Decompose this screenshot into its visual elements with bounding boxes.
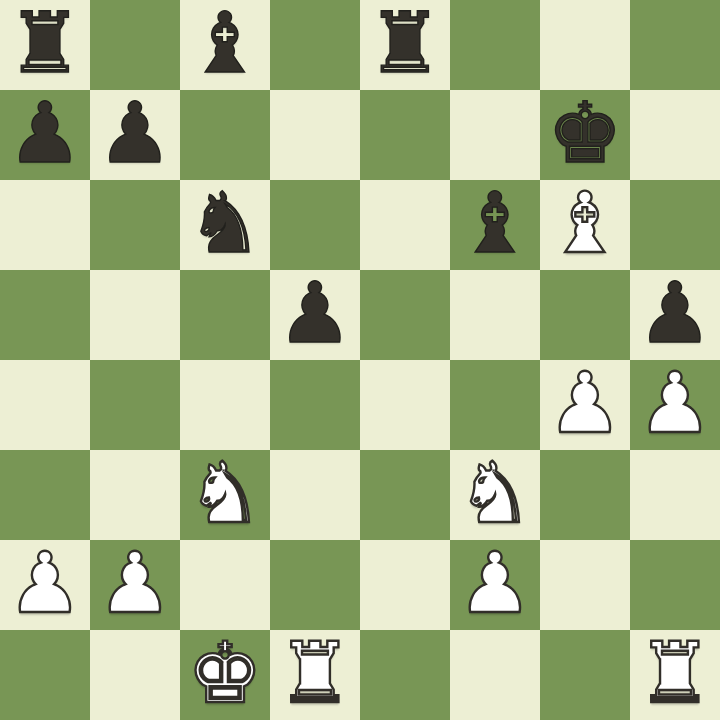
square-g8[interactable] [540,0,630,90]
square-a1[interactable] [0,630,90,720]
black-rook[interactable]: ♜ [7,0,82,88]
square-b7[interactable]: ♟ [90,90,180,180]
square-d3[interactable] [270,450,360,540]
square-g4[interactable]: ♟ [540,360,630,450]
white-pawn[interactable]: ♟ [97,538,172,628]
square-b1[interactable] [90,630,180,720]
square-f3[interactable]: ♞ [450,450,540,540]
square-d6[interactable] [270,180,360,270]
square-c7[interactable] [180,90,270,180]
square-d7[interactable] [270,90,360,180]
square-f8[interactable] [450,0,540,90]
square-f6[interactable]: ♝ [450,180,540,270]
square-g6[interactable]: ♝ [540,180,630,270]
square-c4[interactable] [180,360,270,450]
square-a5[interactable] [0,270,90,360]
square-g1[interactable] [540,630,630,720]
square-g2[interactable] [540,540,630,630]
white-rook[interactable]: ♜ [277,628,352,718]
square-c5[interactable] [180,270,270,360]
black-king[interactable]: ♚ [547,88,622,178]
square-b3[interactable] [90,450,180,540]
square-a4[interactable] [0,360,90,450]
square-e4[interactable] [360,360,450,450]
square-b5[interactable] [90,270,180,360]
square-f5[interactable] [450,270,540,360]
white-knight[interactable]: ♞ [187,448,262,538]
square-e2[interactable] [360,540,450,630]
square-d5[interactable]: ♟ [270,270,360,360]
square-c3[interactable]: ♞ [180,450,270,540]
square-a8[interactable]: ♜ [0,0,90,90]
square-c2[interactable] [180,540,270,630]
square-a2[interactable]: ♟ [0,540,90,630]
square-h6[interactable] [630,180,720,270]
square-h7[interactable] [630,90,720,180]
white-bishop[interactable]: ♝ [547,178,622,268]
black-pawn[interactable]: ♟ [7,88,82,178]
square-a3[interactable] [0,450,90,540]
white-pawn[interactable]: ♟ [547,358,622,448]
white-pawn[interactable]: ♟ [7,538,82,628]
white-pawn[interactable]: ♟ [637,358,712,448]
white-pawn[interactable]: ♟ [457,538,532,628]
square-a6[interactable] [0,180,90,270]
square-f2[interactable]: ♟ [450,540,540,630]
square-c8[interactable]: ♝ [180,0,270,90]
square-f7[interactable] [450,90,540,180]
square-e8[interactable]: ♜ [360,0,450,90]
square-d1[interactable]: ♜ [270,630,360,720]
chess-board: ♜♝♜♟♟♚♞♝♝♟♟♟♟♞♞♟♟♟♚♜♜ [0,0,720,720]
square-e1[interactable] [360,630,450,720]
square-b2[interactable]: ♟ [90,540,180,630]
square-h2[interactable] [630,540,720,630]
square-b6[interactable] [90,180,180,270]
white-knight[interactable]: ♞ [457,448,532,538]
square-d8[interactable] [270,0,360,90]
square-h8[interactable] [630,0,720,90]
black-bishop[interactable]: ♝ [457,178,532,268]
square-e5[interactable] [360,270,450,360]
black-pawn[interactable]: ♟ [637,268,712,358]
square-g7[interactable]: ♚ [540,90,630,180]
black-pawn[interactable]: ♟ [277,268,352,358]
square-h3[interactable] [630,450,720,540]
square-a7[interactable]: ♟ [0,90,90,180]
square-g3[interactable] [540,450,630,540]
square-b4[interactable] [90,360,180,450]
square-d4[interactable] [270,360,360,450]
square-d2[interactable] [270,540,360,630]
black-bishop[interactable]: ♝ [187,0,262,88]
square-f4[interactable] [450,360,540,450]
square-h4[interactable]: ♟ [630,360,720,450]
square-e3[interactable] [360,450,450,540]
square-c1[interactable]: ♚ [180,630,270,720]
square-e6[interactable] [360,180,450,270]
black-rook[interactable]: ♜ [367,0,442,88]
square-h5[interactable]: ♟ [630,270,720,360]
square-e7[interactable] [360,90,450,180]
square-f1[interactable] [450,630,540,720]
black-pawn[interactable]: ♟ [97,88,172,178]
square-b8[interactable] [90,0,180,90]
square-c6[interactable]: ♞ [180,180,270,270]
white-king[interactable]: ♚ [187,628,262,718]
square-h1[interactable]: ♜ [630,630,720,720]
black-knight[interactable]: ♞ [187,178,262,268]
square-g5[interactable] [540,270,630,360]
white-rook[interactable]: ♜ [637,628,712,718]
